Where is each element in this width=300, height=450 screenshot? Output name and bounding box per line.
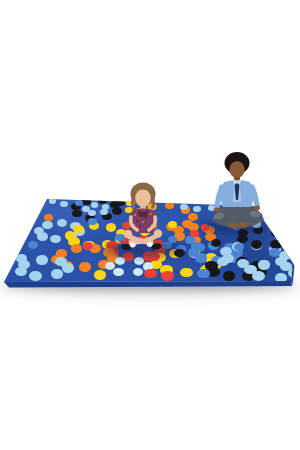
boy-face (229, 161, 244, 178)
boy-arm-left (217, 187, 222, 207)
girl-face (135, 189, 151, 207)
boy-foot-left (228, 223, 237, 229)
boy-foot-right (238, 222, 247, 228)
rug-dot-black (279, 235, 290, 243)
boy-hand-left (214, 208, 220, 213)
boy-figure (206, 150, 270, 234)
boy-hand-right (254, 206, 260, 211)
boy-arm-right (252, 187, 257, 205)
girl-figure (107, 181, 179, 257)
product-photo-stage (0, 0, 300, 450)
